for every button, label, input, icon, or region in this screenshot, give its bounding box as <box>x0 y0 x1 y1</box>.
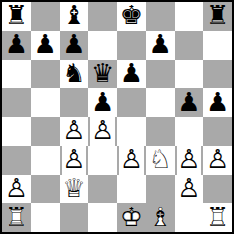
square-e1[interactable]: ♚♔ <box>117 203 146 232</box>
white-knight[interactable]: ♞♘ <box>146 146 175 175</box>
black-bishop[interactable]: ♝ <box>60 2 89 31</box>
black-knight[interactable]: ♞ <box>60 60 89 89</box>
square-c2[interactable]: ♛♕ <box>60 175 89 204</box>
white-pawn[interactable]: ♟♙ <box>88 117 117 146</box>
black-pawn[interactable]: ♟ <box>31 31 60 60</box>
square-e4[interactable] <box>117 117 146 146</box>
square-e5[interactable] <box>117 88 146 117</box>
square-h1[interactable]: ♜♖ <box>203 203 232 232</box>
square-c6[interactable]: ♞ <box>60 60 89 89</box>
square-a4[interactable] <box>2 117 31 146</box>
square-b7[interactable]: ♟ <box>31 31 60 60</box>
black-pawn[interactable]: ♟ <box>88 88 117 117</box>
black-king[interactable]: ♚ <box>117 2 146 31</box>
square-h8[interactable]: ♜ <box>203 2 232 31</box>
square-b4[interactable] <box>31 117 60 146</box>
square-h5[interactable]: ♟ <box>203 88 232 117</box>
square-g1[interactable] <box>175 203 204 232</box>
square-c3[interactable]: ♟♙ <box>60 146 89 175</box>
square-b6[interactable] <box>31 60 60 89</box>
square-d7[interactable] <box>88 31 117 60</box>
black-pawn[interactable]: ♟ <box>60 31 89 60</box>
square-h2[interactable] <box>203 175 232 204</box>
square-d8[interactable] <box>88 2 117 31</box>
square-a2[interactable]: ♟♙ <box>2 175 31 204</box>
square-d3[interactable] <box>88 146 117 175</box>
square-b3[interactable] <box>31 146 60 175</box>
black-pawn[interactable]: ♟ <box>175 88 204 117</box>
square-f7[interactable]: ♟ <box>146 31 175 60</box>
square-g2[interactable]: ♟♙ <box>175 175 204 204</box>
square-g6[interactable] <box>175 60 204 89</box>
square-b5[interactable] <box>31 88 60 117</box>
square-a6[interactable] <box>2 60 31 89</box>
white-king[interactable]: ♚♔ <box>117 203 146 232</box>
square-f6[interactable] <box>146 60 175 89</box>
white-rook[interactable]: ♜♖ <box>2 203 31 232</box>
black-rook[interactable]: ♜ <box>203 2 232 31</box>
white-pawn[interactable]: ♟♙ <box>60 146 89 175</box>
black-pawn[interactable]: ♟ <box>146 31 175 60</box>
white-pawn[interactable]: ♟♙ <box>117 146 146 175</box>
square-a1[interactable]: ♜♖ <box>2 203 31 232</box>
white-pawn[interactable]: ♟♙ <box>175 146 204 175</box>
square-a5[interactable] <box>2 88 31 117</box>
square-h7[interactable] <box>203 31 232 60</box>
square-e7[interactable] <box>117 31 146 60</box>
black-queen[interactable]: ♛ <box>88 60 117 89</box>
white-pawn[interactable]: ♟♙ <box>203 146 232 175</box>
black-rook[interactable]: ♜ <box>2 2 31 31</box>
chess-board: ♜♝♚♜♟♟♟♟♞♛♟♟♟♟♟♙♟♙♟♙♟♙♞♘♟♙♟♙♟♙♛♕♟♙♜♖♚♔♝♗… <box>2 2 232 232</box>
black-pawn[interactable]: ♟ <box>2 31 31 60</box>
square-f5[interactable] <box>146 88 175 117</box>
square-e2[interactable] <box>117 175 146 204</box>
square-e8[interactable]: ♚ <box>117 2 146 31</box>
square-a7[interactable]: ♟ <box>2 31 31 60</box>
square-f1[interactable]: ♝♗ <box>146 203 175 232</box>
square-c5[interactable] <box>60 88 89 117</box>
square-d1[interactable] <box>88 203 117 232</box>
square-f8[interactable] <box>146 2 175 31</box>
square-g4[interactable] <box>175 117 204 146</box>
square-e3[interactable]: ♟♙ <box>117 146 146 175</box>
square-c4[interactable]: ♟♙ <box>60 117 89 146</box>
square-d4[interactable]: ♟♙ <box>88 117 117 146</box>
square-g8[interactable] <box>175 2 204 31</box>
square-f3[interactable]: ♞♘ <box>146 146 175 175</box>
square-g7[interactable] <box>175 31 204 60</box>
white-pawn[interactable]: ♟♙ <box>60 117 89 146</box>
square-c7[interactable]: ♟ <box>60 31 89 60</box>
square-d5[interactable]: ♟ <box>88 88 117 117</box>
square-b2[interactable] <box>31 175 60 204</box>
chess-board-frame: ♜♝♚♜♟♟♟♟♞♛♟♟♟♟♟♙♟♙♟♙♟♙♞♘♟♙♟♙♟♙♛♕♟♙♜♖♚♔♝♗… <box>0 0 234 234</box>
square-b8[interactable] <box>31 2 60 31</box>
square-d6[interactable]: ♛ <box>88 60 117 89</box>
white-queen[interactable]: ♛♕ <box>60 175 89 204</box>
square-g3[interactable]: ♟♙ <box>175 146 204 175</box>
white-pawn[interactable]: ♟♙ <box>2 175 31 204</box>
square-c1[interactable] <box>60 203 89 232</box>
square-c8[interactable]: ♝ <box>60 2 89 31</box>
black-pawn[interactable]: ♟ <box>117 60 146 89</box>
square-f4[interactable] <box>146 117 175 146</box>
square-d2[interactable] <box>88 175 117 204</box>
square-a8[interactable]: ♜ <box>2 2 31 31</box>
square-h4[interactable] <box>203 117 232 146</box>
black-pawn[interactable]: ♟ <box>203 88 232 117</box>
white-bishop[interactable]: ♝♗ <box>146 203 175 232</box>
square-h6[interactable] <box>203 60 232 89</box>
square-f2[interactable] <box>146 175 175 204</box>
white-rook[interactable]: ♜♖ <box>203 203 232 232</box>
square-e6[interactable]: ♟ <box>117 60 146 89</box>
square-h3[interactable]: ♟♙ <box>203 146 232 175</box>
square-g5[interactable]: ♟ <box>175 88 204 117</box>
white-pawn[interactable]: ♟♙ <box>175 175 204 204</box>
square-b1[interactable] <box>31 203 60 232</box>
square-a3[interactable] <box>2 146 31 175</box>
